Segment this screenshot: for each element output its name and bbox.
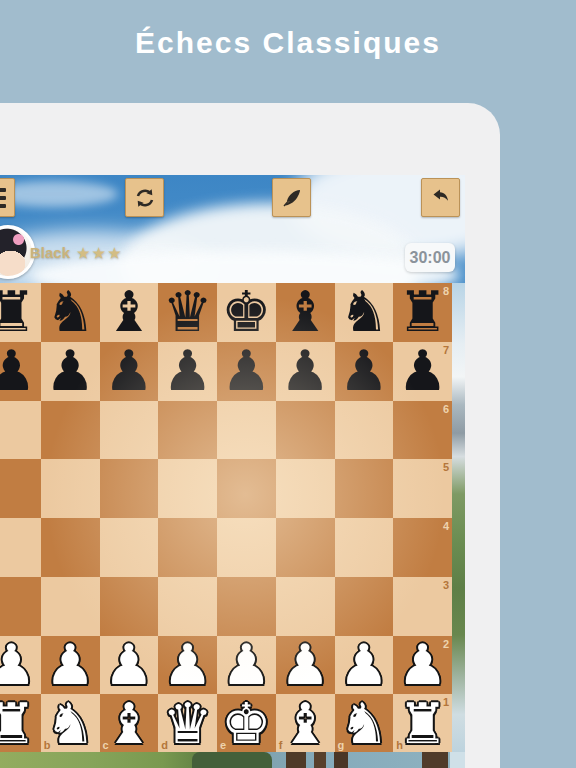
square-f4[interactable]: [276, 518, 335, 577]
square-e5[interactable]: [217, 459, 276, 518]
square-f1[interactable]: ♝f: [276, 694, 335, 753]
chess-board: ♜♞♝♛♚♝♞♜8♟♟♟♟♟♟♟♟76543♟♟♟♟♟♟♟♟2♜a♞b♝c♛d♚…: [0, 283, 452, 753]
square-f5[interactable]: [276, 459, 335, 518]
cloud-decoration: [0, 181, 118, 207]
square-c4[interactable]: [100, 518, 159, 577]
rank-label-7: 7: [443, 345, 449, 356]
file-label-f: f: [279, 740, 283, 751]
player-info: Black ★★★: [30, 244, 124, 261]
file-label-e: e: [220, 740, 226, 751]
square-e6[interactable]: [217, 401, 276, 460]
player-name: Black: [30, 244, 70, 261]
square-b2[interactable]: ♟: [41, 636, 100, 695]
square-b5[interactable]: [41, 459, 100, 518]
square-b7[interactable]: ♟: [41, 342, 100, 401]
menu-button[interactable]: [0, 178, 15, 217]
feather-icon: [280, 186, 304, 210]
piece-white-pawn: ♟: [104, 636, 154, 694]
square-f3[interactable]: [276, 577, 335, 636]
square-c3[interactable]: [100, 577, 159, 636]
player-clock: 30:00: [405, 243, 455, 272]
piece-black-bishop: ♝: [104, 283, 154, 341]
undo-arrow-icon: [429, 186, 453, 210]
tree-trunk-decoration: [334, 752, 348, 768]
square-h7[interactable]: ♟7: [393, 342, 452, 401]
square-b3[interactable]: [41, 577, 100, 636]
refresh-icon: [133, 186, 157, 210]
tree-trunk-decoration: [286, 752, 306, 768]
square-b6[interactable]: [41, 401, 100, 460]
piece-white-king: ♚: [221, 695, 271, 753]
square-a6[interactable]: [0, 401, 41, 460]
file-label-h: h: [396, 740, 403, 751]
square-h5[interactable]: 5: [393, 459, 452, 518]
piece-black-pawn: ♟: [221, 342, 271, 400]
square-a3[interactable]: [0, 577, 41, 636]
square-c6[interactable]: [100, 401, 159, 460]
tree-trunk-decoration: [314, 752, 326, 768]
square-a1[interactable]: ♜a: [0, 694, 41, 753]
piece-white-rook: ♜: [0, 695, 36, 753]
water-decoration: [450, 752, 465, 768]
square-e8[interactable]: ♚: [217, 283, 276, 342]
piece-black-king: ♚: [221, 283, 271, 341]
square-c7[interactable]: ♟: [100, 342, 159, 401]
notation-button[interactable]: [272, 178, 311, 217]
square-g6[interactable]: [335, 401, 394, 460]
tree-trunk-decoration: [422, 752, 448, 768]
square-g5[interactable]: [335, 459, 394, 518]
square-c2[interactable]: ♟: [100, 636, 159, 695]
piece-white-pawn: ♟: [280, 636, 330, 694]
piece-white-queen: ♛: [163, 695, 213, 753]
piece-white-pawn: ♟: [398, 636, 448, 694]
square-b1[interactable]: ♞b: [41, 694, 100, 753]
square-g4[interactable]: [335, 518, 394, 577]
piece-white-pawn: ♟: [0, 636, 36, 694]
game-screen: Black ★★★ 30:00 ♜♞♝♛♚♝♞♜8♟♟♟♟♟♟♟♟76543♟♟…: [0, 175, 465, 768]
piece-white-rook: ♜: [398, 695, 448, 753]
piece-black-bishop: ♝: [280, 283, 330, 341]
piece-black-pawn: ♟: [398, 342, 448, 400]
square-h1[interactable]: ♜1h: [393, 694, 452, 753]
square-g2[interactable]: ♟: [335, 636, 394, 695]
square-h4[interactable]: 4: [393, 518, 452, 577]
rank-label-1: 1: [443, 697, 449, 708]
piece-white-knight: ♞: [45, 695, 95, 753]
rank-label-6: 6: [443, 404, 449, 415]
square-a5[interactable]: [0, 459, 41, 518]
square-e3[interactable]: [217, 577, 276, 636]
piece-white-pawn: ♟: [221, 636, 271, 694]
square-a4[interactable]: [0, 518, 41, 577]
player-rating-stars: ★★★: [77, 245, 124, 261]
piece-black-rook: ♜: [0, 283, 36, 341]
square-g7[interactable]: ♟: [335, 342, 394, 401]
square-h3[interactable]: 3: [393, 577, 452, 636]
piece-black-pawn: ♟: [104, 342, 154, 400]
square-a7[interactable]: ♟: [0, 342, 41, 401]
square-d7[interactable]: ♟: [158, 342, 217, 401]
rank-label-2: 2: [443, 639, 449, 650]
square-b8[interactable]: ♞: [41, 283, 100, 342]
file-label-b: b: [44, 740, 51, 751]
piece-white-bishop: ♝: [104, 695, 154, 753]
square-a8[interactable]: ♜: [0, 283, 41, 342]
piece-white-pawn: ♟: [339, 636, 389, 694]
square-f7[interactable]: ♟: [276, 342, 335, 401]
rank-label-4: 4: [443, 521, 449, 532]
rank-label-8: 8: [443, 286, 449, 297]
hamburger-menu-icon: [0, 188, 6, 208]
square-d4[interactable]: [158, 518, 217, 577]
square-e1[interactable]: ♚e: [217, 694, 276, 753]
file-label-d: d: [161, 740, 168, 751]
square-f8[interactable]: ♝: [276, 283, 335, 342]
square-f6[interactable]: [276, 401, 335, 460]
square-c8[interactable]: ♝: [100, 283, 159, 342]
square-d3[interactable]: [158, 577, 217, 636]
piece-black-pawn: ♟: [280, 342, 330, 400]
square-a2[interactable]: ♟: [0, 636, 41, 695]
file-label-g: g: [338, 740, 345, 751]
piece-black-pawn: ♟: [0, 342, 36, 400]
background-foreground-strip: [0, 752, 465, 768]
square-d6[interactable]: [158, 401, 217, 460]
piece-white-knight: ♞: [339, 695, 389, 753]
square-g8[interactable]: ♞: [335, 283, 394, 342]
rank-label-5: 5: [443, 462, 449, 473]
piece-black-knight: ♞: [339, 283, 389, 341]
square-d5[interactable]: [158, 459, 217, 518]
square-c5[interactable]: [100, 459, 159, 518]
piece-black-pawn: ♟: [163, 342, 213, 400]
square-e2[interactable]: ♟: [217, 636, 276, 695]
piece-black-queen: ♛: [163, 283, 213, 341]
page-title: Échecs Classiques: [0, 26, 576, 60]
piece-black-pawn: ♟: [339, 342, 389, 400]
square-d2[interactable]: ♟: [158, 636, 217, 695]
piece-black-rook: ♜: [398, 283, 448, 341]
square-e7[interactable]: ♟: [217, 342, 276, 401]
square-e4[interactable]: [217, 518, 276, 577]
square-d1[interactable]: ♛d: [158, 694, 217, 753]
square-h8[interactable]: ♜8: [393, 283, 452, 342]
square-c1[interactable]: ♝c: [100, 694, 159, 753]
square-b4[interactable]: [41, 518, 100, 577]
piece-white-pawn: ♟: [45, 636, 95, 694]
flip-board-button[interactable]: [125, 178, 164, 217]
square-h2[interactable]: ♟2: [393, 636, 452, 695]
piece-black-pawn: ♟: [45, 342, 95, 400]
square-g3[interactable]: [335, 577, 394, 636]
background-landscape-strip: [452, 283, 465, 752]
square-d8[interactable]: ♛: [158, 283, 217, 342]
square-g1[interactable]: ♞g: [335, 694, 394, 753]
file-label-c: c: [103, 740, 109, 751]
square-h6[interactable]: 6: [393, 401, 452, 460]
rank-label-3: 3: [443, 580, 449, 591]
bush-decoration: [192, 752, 272, 768]
square-f2[interactable]: ♟: [276, 636, 335, 695]
piece-white-bishop: ♝: [280, 695, 330, 753]
undo-button[interactable]: [421, 178, 460, 217]
piece-white-pawn: ♟: [163, 636, 213, 694]
piece-black-knight: ♞: [45, 283, 95, 341]
